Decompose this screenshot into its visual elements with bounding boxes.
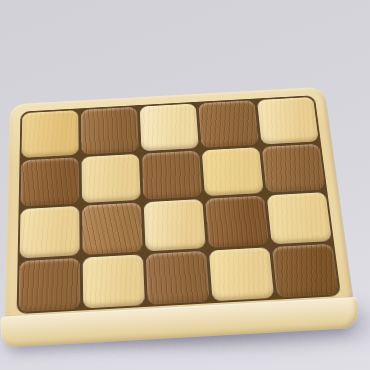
light-cube[interactable]	[21, 110, 78, 157]
dark-cube[interactable]	[146, 250, 210, 305]
photo-scene	[0, 0, 370, 370]
dark-cube[interactable]	[205, 196, 269, 248]
dark-cube[interactable]	[272, 243, 339, 297]
light-cube[interactable]	[83, 254, 145, 309]
light-cube[interactable]	[257, 97, 319, 144]
dark-cube[interactable]	[262, 143, 325, 192]
dark-cube[interactable]	[198, 100, 258, 147]
dark-cube[interactable]	[81, 107, 139, 154]
light-cube[interactable]	[20, 206, 80, 258]
light-cube[interactable]	[81, 153, 140, 203]
light-cube[interactable]	[267, 192, 332, 244]
light-cube[interactable]	[144, 199, 206, 251]
light-cube[interactable]	[209, 247, 274, 301]
light-cube[interactable]	[140, 103, 199, 150]
dark-cube[interactable]	[142, 150, 203, 200]
dark-cube[interactable]	[21, 157, 80, 207]
dark-cube[interactable]	[82, 202, 143, 254]
tray-top-surface	[4, 87, 353, 322]
dark-cube[interactable]	[19, 257, 81, 312]
cube-grid	[17, 95, 341, 314]
wooden-box	[0, 54, 355, 347]
light-cube[interactable]	[202, 147, 264, 196]
